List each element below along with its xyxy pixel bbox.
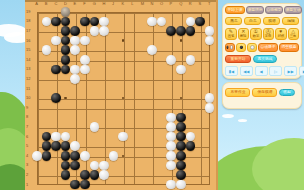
col-label: E [74,2,77,6]
tool-label: 字母 [265,35,272,38]
row-label: 17 [26,29,36,33]
forward-10-button[interactable]: ▶▶ [284,66,297,76]
row-label: 8 [26,115,36,119]
stone-black[interactable] [176,132,186,142]
stone-black[interactable] [61,55,71,65]
class-interaction-button[interactable]: 课堂互动 [284,6,302,14]
erase-icon: ✕ [241,29,245,34]
row-label: 7 [26,125,36,129]
stone-white[interactable] [205,26,215,36]
number-icon: ① [254,29,258,34]
stone-white[interactable] [80,65,90,75]
row-label: 13 [26,67,36,71]
row-label: 18 [26,19,36,23]
triangle-icon: △ [291,29,295,34]
col-label: H [102,2,105,6]
row-label: 1 [26,183,36,187]
tool-label: 好棋 [277,35,284,38]
tool-label: 画笔 [227,35,234,38]
row-label: 11 [26,87,36,91]
white-first-button[interactable]: 白先 [244,17,261,25]
row-label: 10 [26,96,36,100]
white-stone-button[interactable] [247,43,257,52]
stone-black[interactable] [70,180,80,190]
back-button[interactable]: ◀ [255,66,268,76]
row-label: 14 [26,58,36,62]
row-label: 3 [26,163,36,167]
letter-icon: Ⓐ [266,29,271,34]
stone-white[interactable] [109,151,119,161]
row-label: 9 [26,106,36,110]
stone-white[interactable] [99,170,109,180]
restart-button[interactable]: 重新开始 [225,55,251,63]
tool-label: 三角 [290,35,297,38]
col-label: J [112,2,114,6]
go-board[interactable]: ABCDEFGHJKLMNOPQRST191817161514131211109… [25,0,218,190]
stone-white[interactable] [166,180,176,190]
white-stone-icon [250,45,254,49]
stone-black[interactable] [176,26,186,36]
stone-black[interactable] [70,151,80,161]
stone-black[interactable] [80,17,90,27]
stone-white[interactable] [176,180,186,190]
stone-white[interactable] [32,151,42,161]
stone-white[interactable] [205,36,215,46]
assign-homework-button[interactable]: 布置作业 [225,88,250,97]
tool-good-move-button[interactable]: ♥好棋 [275,28,287,40]
row-label: 12 [26,77,36,81]
stone-white[interactable] [147,45,157,55]
col-label: S [198,2,201,6]
play-button[interactable]: ▷ [269,66,282,76]
stone-black[interactable] [186,26,196,36]
black-stone-icon [227,46,229,49]
black-stone-button[interactable] [236,43,246,52]
stone-white[interactable] [90,26,100,36]
stone-black[interactable] [176,113,186,123]
tool-pen-button[interactable]: ✎画笔 [225,28,237,40]
col-label: Q [179,2,182,6]
col-label: C [54,2,57,6]
tool-erase-button[interactable]: ✕擦除 [238,28,250,40]
stone-white[interactable] [80,36,90,46]
stone-black[interactable] [176,170,186,180]
col-label: L [131,2,133,6]
stone-black[interactable] [80,170,90,180]
row-label: 2 [26,173,36,177]
heart-icon: ♥ [279,29,282,34]
stone-white[interactable] [166,55,176,65]
row-label: 5 [26,144,36,148]
save-kifu-button[interactable]: 保存棋谱 [252,88,277,97]
stone-black[interactable] [42,151,52,161]
alternate-stones-button[interactable] [225,43,235,52]
stone-white[interactable] [80,151,90,161]
start-class-button[interactable]: 开始上课 [225,6,245,14]
tool-letter-button[interactable]: Ⓐ字母 [263,28,275,40]
stone-white[interactable] [99,26,109,36]
col-label: T [208,2,210,6]
col-label: N [150,2,153,6]
stone-black[interactable] [176,141,186,151]
col-label: M [141,2,144,6]
stone-black[interactable] [80,180,90,190]
col-label: K [122,2,125,6]
col-label: R [189,2,192,6]
challenge-again-button[interactable]: 再次挑战 [253,55,277,63]
stone-black[interactable] [51,17,61,27]
col-label: O [160,2,163,6]
tool-label: 擦除 [240,35,247,38]
stone-black[interactable] [51,93,61,103]
stone-black[interactable] [70,26,80,36]
stone-black[interactable] [51,141,61,151]
app-window: ABCDEFGHJKLMNOPQRST191817161514131211109… [0,0,304,190]
row-label: 16 [26,39,36,43]
star-point [180,39,182,41]
back-10-button[interactable]: ◀◀ [240,66,253,76]
stone-white[interactable] [166,122,176,132]
pen-icon: ✎ [229,29,233,34]
col-label: F [83,2,85,6]
tool-label: 数字 [252,35,259,38]
col-label: A [35,2,38,6]
col-label: B [45,2,48,6]
tool-triangle-button[interactable]: △三角 [288,28,300,40]
go-to-end-button[interactable]: ▶▮ [299,66,304,76]
go-to-start-button[interactable]: ▮◀ [225,66,238,76]
black-stone-icon [240,46,243,49]
white-stone-icon [230,45,233,49]
tool-number-button[interactable]: ①数字 [250,28,262,40]
stone-white[interactable] [80,55,90,65]
auto-capture-button[interactable]: 自动提子 [258,43,278,52]
free-teaching-button[interactable]: 自由教学 [265,6,283,14]
class-demo-button[interactable]: 课堂演示 [246,6,264,14]
stone-white[interactable] [70,74,80,84]
stone-white[interactable] [99,17,109,27]
stone-white[interactable] [147,17,157,27]
row-label: 15 [26,48,36,52]
cloud [238,119,247,122]
homework-panel: 布置作业 保存棋谱 收起 [222,82,302,109]
stone-black[interactable] [166,26,176,36]
row-label: 6 [26,135,36,139]
stone-black[interactable] [51,65,61,75]
stone-black[interactable] [176,161,186,171]
col-label: G [93,2,96,6]
cloud [222,114,234,118]
stone-black[interactable] [176,151,186,161]
col-label: D [64,2,67,6]
stone-white[interactable] [90,122,100,132]
stone-white[interactable] [99,161,109,171]
clear-board-button[interactable]: 清空棋盘 [279,43,299,52]
stone-white[interactable] [176,65,186,75]
kifu-button[interactable]: 棋谱 [263,17,280,25]
stone-black[interactable] [61,151,71,161]
stone-white[interactable] [205,103,215,113]
collapse-button[interactable]: 收起 [279,89,295,96]
stone-black[interactable] [90,170,100,180]
edit-button[interactable]: 编辑 [282,17,299,25]
teacher-control-panel: 开始上课 课堂演示 自由教学 课堂互动 黑先 白先 棋谱 编辑 ✎画笔✕擦除①数… [222,3,302,79]
stone-white[interactable] [186,55,196,65]
action-label: 清空棋盘 [282,45,297,51]
stone-black[interactable] [195,17,205,27]
col-label: P [170,2,173,6]
action-label: 自动提子 [261,45,276,51]
stone-white[interactable] [205,93,215,103]
row-label: 19 [26,10,36,14]
stone-marked[interactable] [61,7,71,17]
black-first-button[interactable]: 黑先 [225,17,242,25]
stone-white[interactable] [166,151,176,161]
stone-black[interactable] [176,122,186,132]
